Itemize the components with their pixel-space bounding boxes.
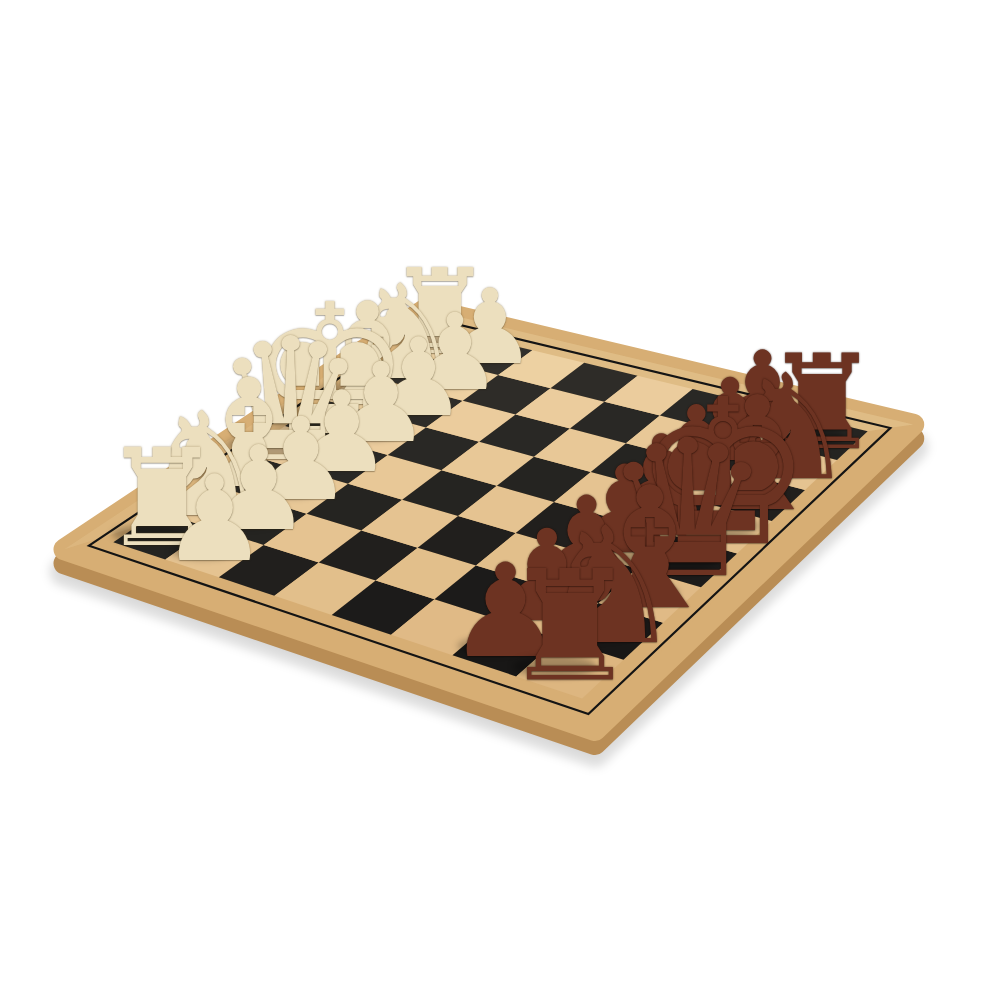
chess-scene: ♜♞♝♛♚♝♞♜♟♟♟♟♟♟♟♟♟♟♟♟♟♟♟♟♜♞♝♛♚♝♞♜ [0,0,1001,1001]
piece-white-pawn-a2[interactable]: ♟ [161,461,268,580]
piece-black-rook-a8[interactable]: ♜ [502,551,638,703]
